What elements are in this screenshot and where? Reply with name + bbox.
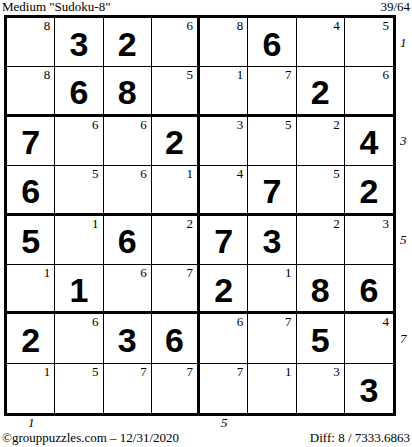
pencil-mark: 6 [140, 166, 147, 181]
cell-r7c2[interactable]: 6 [55, 314, 103, 363]
pencil-mark: 1 [92, 216, 99, 231]
col-label-1: 1 [7, 416, 55, 430]
pencil-mark: 5 [285, 117, 292, 132]
row-label-1: 1 [400, 18, 412, 67]
cell-r1c5[interactable]: 8 [200, 18, 248, 67]
pencil-mark: 6 [187, 18, 194, 33]
cell-r1c2[interactable]: 3 [55, 18, 103, 67]
cell-value: 2 [152, 117, 197, 165]
cell-r8c1[interactable]: 1 [7, 364, 55, 413]
cell-value: 2 [297, 67, 344, 113]
pencil-mark: 7 [187, 364, 194, 379]
cell-value: 3 [104, 314, 151, 362]
cell-r5c2[interactable]: 1 [55, 216, 103, 265]
cell-r7c3[interactable]: 3 [104, 314, 152, 363]
cell-r4c8[interactable]: 2 [345, 166, 393, 215]
cell-r4c6[interactable]: 7 [248, 166, 296, 215]
pencil-mark: 3 [237, 117, 244, 132]
cell-r2c4[interactable]: 5 [152, 67, 200, 116]
pencil-mark: 1 [44, 265, 51, 280]
pencil-mark: 4 [333, 18, 340, 33]
pencil-mark: 2 [333, 117, 340, 132]
cell-r2c6[interactable]: 7 [248, 67, 296, 116]
pencil-mark: 5 [333, 166, 340, 181]
pencil-mark: 6 [92, 117, 99, 132]
cell-r6c5[interactable]: 2 [200, 265, 248, 314]
pencil-mark: 6 [140, 265, 147, 280]
cell-r8c3[interactable]: 7 [104, 364, 152, 413]
pencil-mark: 7 [140, 364, 147, 379]
cell-r7c7[interactable]: 5 [297, 314, 345, 363]
pencil-mark: 7 [285, 67, 292, 82]
pencil-mark: 7 [285, 314, 292, 329]
cell-r7c1[interactable]: 2 [7, 314, 55, 363]
sudoku-puzzle-page: Medium "Sudoku-8" 39/64 8326864586851726… [0, 0, 412, 447]
cell-r3c7[interactable]: 2 [297, 117, 345, 166]
cell-value: 8 [104, 67, 151, 113]
row-label-7: 7 [400, 314, 412, 363]
row-label-5: 5 [400, 216, 412, 265]
cell-r1c7[interactable]: 4 [297, 18, 345, 67]
pencil-mark: 1 [44, 364, 51, 379]
cell-r2c8[interactable]: 6 [345, 67, 393, 116]
cell-value: 5 [297, 314, 344, 362]
cell-r1c8[interactable]: 5 [345, 18, 393, 67]
cell-r3c3[interactable]: 6 [104, 117, 152, 166]
cell-r3c4[interactable]: 2 [152, 117, 200, 166]
cell-value: 6 [7, 166, 54, 212]
cell-value: 7 [200, 216, 247, 264]
progress-counter: 39/64 [380, 0, 410, 14]
pencil-mark: 7 [237, 364, 244, 379]
cell-r2c5[interactable]: 1 [200, 67, 248, 116]
cell-value: 4 [345, 117, 393, 165]
pencil-mark: 3 [383, 216, 390, 231]
pencil-mark: 1 [237, 67, 244, 82]
cell-r7c6[interactable]: 7 [248, 314, 296, 363]
cell-value: 6 [104, 216, 151, 264]
cell-value: 6 [152, 314, 197, 362]
difficulty-text: Diff: 8 / 7333.6863 [310, 431, 410, 445]
header: Medium "Sudoku-8" 39/64 [2, 0, 410, 14]
cell-r1c4[interactable]: 6 [152, 18, 200, 67]
cell-r4c5[interactable]: 4 [200, 166, 248, 215]
cell-r6c3[interactable]: 6 [104, 265, 152, 314]
pencil-mark: 2 [333, 216, 340, 231]
cell-r2c1[interactable]: 8 [7, 67, 55, 116]
cell-r4c4[interactable]: 1 [152, 166, 200, 215]
cell-r6c2[interactable]: 1 [55, 265, 103, 314]
cell-r3c2[interactable]: 6 [55, 117, 103, 166]
cell-r5c1[interactable]: 5 [7, 216, 55, 265]
pencil-mark: 8 [44, 67, 51, 82]
cell-r5c5[interactable]: 7 [200, 216, 248, 265]
cell-r8c5[interactable]: 7 [200, 364, 248, 413]
cell-r3c6[interactable]: 5 [248, 117, 296, 166]
cell-r1c3[interactable]: 2 [104, 18, 152, 67]
sudoku-grid: 8326864586851726766235246561475251627323… [4, 15, 396, 416]
cell-value: 2 [200, 265, 247, 311]
cell-r5c4[interactable]: 2 [152, 216, 200, 265]
cell-r1c6[interactable]: 6 [248, 18, 296, 67]
cell-r3c5[interactable]: 3 [200, 117, 248, 166]
pencil-mark: 8 [237, 18, 244, 33]
cell-r4c3[interactable]: 6 [104, 166, 152, 215]
cell-value: 6 [248, 18, 295, 66]
cell-r8c2[interactable]: 5 [55, 364, 103, 413]
cell-r5c3[interactable]: 6 [104, 216, 152, 265]
col-label-5: 5 [200, 416, 248, 430]
cell-r5c8[interactable]: 3 [345, 216, 393, 265]
cell-r5c7[interactable]: 2 [297, 216, 345, 265]
pencil-mark: 5 [92, 364, 99, 379]
cell-value: 1 [55, 265, 102, 311]
cell-value: 8 [297, 265, 344, 311]
cell-value: 2 [7, 314, 54, 362]
cell-value: 7 [7, 117, 54, 165]
cell-r6c8[interactable]: 6 [345, 265, 393, 314]
pencil-mark: 8 [44, 18, 51, 33]
cell-value: 6 [345, 265, 393, 311]
cell-r2c3[interactable]: 8 [104, 67, 152, 116]
cell-value: 7 [248, 166, 295, 212]
pencil-mark: 6 [92, 314, 99, 329]
pencil-mark: 4 [237, 166, 244, 181]
pencil-mark: 5 [383, 18, 390, 33]
cell-r6c7[interactable]: 8 [297, 265, 345, 314]
cell-r5c6[interactable]: 3 [248, 216, 296, 265]
pencil-mark: 6 [383, 67, 390, 82]
cell-value: 3 [55, 18, 102, 66]
cell-r6c1[interactable]: 1 [7, 265, 55, 314]
cell-value: 2 [345, 166, 393, 212]
cell-value: 6 [55, 67, 102, 113]
pencil-mark: 6 [140, 117, 147, 132]
cell-r8c8[interactable]: 3 [345, 364, 393, 413]
pencil-mark: 1 [285, 364, 292, 379]
pencil-mark: 3 [333, 364, 340, 379]
cell-r3c1[interactable]: 7 [7, 117, 55, 166]
cell-value: 2 [104, 18, 151, 66]
pencil-mark: 5 [187, 67, 194, 82]
pencil-mark: 1 [285, 265, 292, 280]
cell-r6c6[interactable]: 1 [248, 265, 296, 314]
pencil-mark: 7 [187, 265, 194, 280]
cell-r8c4[interactable]: 7 [152, 364, 200, 413]
cell-r7c4[interactable]: 6 [152, 314, 200, 363]
copyright-text: ©grouppuzzles.com – 12/31/2020 [2, 431, 179, 445]
cell-r6c4[interactable]: 7 [152, 265, 200, 314]
cell-value: 3 [248, 216, 295, 264]
pencil-mark: 5 [92, 166, 99, 181]
puzzle-title: Medium "Sudoku-8" [2, 0, 110, 14]
cell-r8c7[interactable]: 3 [297, 364, 345, 413]
pencil-mark: 2 [187, 216, 194, 231]
cell-r7c5[interactable]: 6 [200, 314, 248, 363]
cell-r2c7[interactable]: 2 [297, 67, 345, 116]
cell-r3c8[interactable]: 4 [345, 117, 393, 166]
cell-r2c2[interactable]: 6 [55, 67, 103, 116]
pencil-mark: 4 [383, 314, 390, 329]
cell-r8c6[interactable]: 1 [248, 364, 296, 413]
cell-r1c1[interactable]: 8 [7, 18, 55, 67]
cell-r4c2[interactable]: 5 [55, 166, 103, 215]
cell-r7c8[interactable]: 4 [345, 314, 393, 363]
pencil-mark: 1 [187, 166, 194, 181]
cell-value: 3 [345, 364, 393, 413]
cell-r4c7[interactable]: 5 [297, 166, 345, 215]
row-label-3: 3 [400, 117, 412, 166]
cell-r4c1[interactable]: 6 [7, 166, 55, 215]
cell-value: 5 [7, 216, 54, 264]
pencil-mark: 6 [237, 314, 244, 329]
footer: ©grouppuzzles.com – 12/31/2020 Diff: 8 /… [2, 431, 410, 445]
